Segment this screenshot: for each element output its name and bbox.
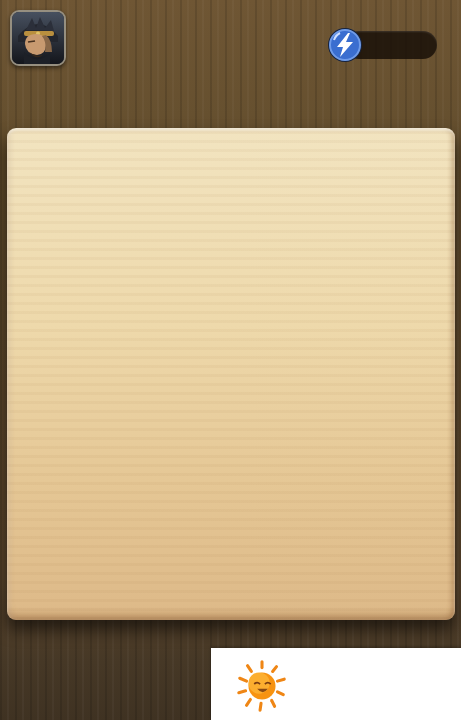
lightning-icon [327, 27, 363, 63]
energy-widget[interactable] [327, 27, 439, 63]
board-grid[interactable] [6, 136, 443, 617]
game-screen [0, 0, 461, 720]
sun-logo [233, 656, 291, 714]
header-bar [0, 0, 461, 76]
warrior-portrait [12, 12, 64, 64]
watermark [211, 648, 461, 720]
player-avatar [10, 10, 66, 66]
